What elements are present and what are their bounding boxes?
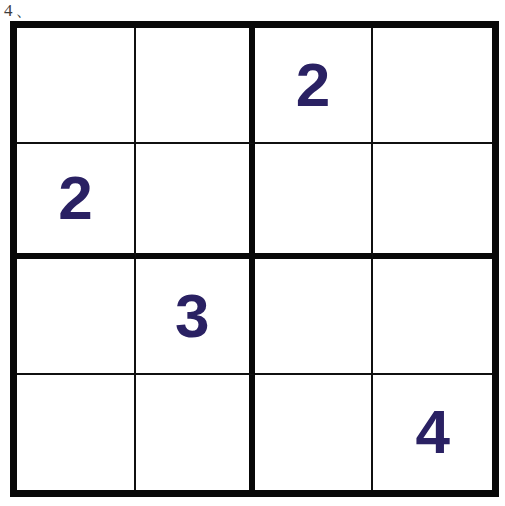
- cell-r2c1[interactable]: 2: [17, 144, 136, 260]
- cell-r3c2[interactable]: 3: [136, 259, 255, 375]
- cell-r3c1[interactable]: [17, 259, 136, 375]
- cell-r4c3[interactable]: [255, 375, 374, 491]
- sudoku-board: 2 2 3 4: [10, 21, 499, 497]
- cell-r2c3[interactable]: [255, 144, 374, 260]
- puzzle-number-label: 4、: [4, 0, 36, 22]
- cell-r2c4[interactable]: [373, 144, 492, 260]
- cell-r3c3[interactable]: [255, 259, 374, 375]
- cell-r1c4[interactable]: [373, 28, 492, 144]
- cell-r4c2[interactable]: [136, 375, 255, 491]
- cell-r2c2[interactable]: [136, 144, 255, 260]
- cell-r4c1[interactable]: [17, 375, 136, 491]
- cell-r4c4[interactable]: 4: [373, 375, 492, 491]
- cell-r3c4[interactable]: [373, 259, 492, 375]
- cell-r1c2[interactable]: [136, 28, 255, 144]
- cell-r1c3[interactable]: 2: [255, 28, 374, 144]
- cell-r1c1[interactable]: [17, 28, 136, 144]
- sudoku-page: 4、 2 2 3 4: [0, 0, 505, 506]
